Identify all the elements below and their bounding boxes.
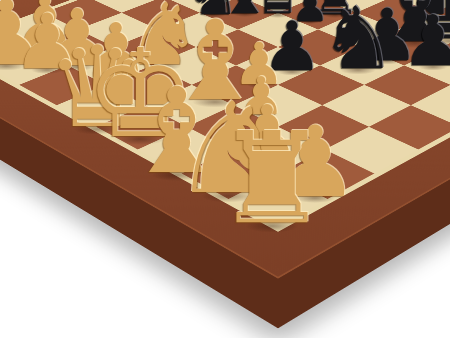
square-g4	[322, 85, 411, 127]
square-e3	[192, 65, 278, 105]
square-e1	[96, 105, 187, 149]
square-d2	[105, 65, 191, 105]
square-c1	[19, 65, 105, 105]
square-g2	[231, 127, 325, 174]
chessboard-photo: ♟♟♟♟♟♛♚♝♞♜♝♞♟♟♟♟♟♞♟♟♝♚♞♝♛♟♜	[0, 0, 450, 338]
square-c2	[68, 47, 152, 85]
square-e2	[145, 85, 234, 127]
square-g5	[364, 65, 450, 105]
square-h5	[411, 85, 450, 127]
board-scene	[0, 0, 450, 338]
square-g1	[182, 149, 278, 199]
square-g3	[278, 105, 369, 149]
square-d1	[57, 85, 146, 127]
chess-board	[0, 0, 450, 279]
square-h3	[325, 127, 419, 174]
square-h1	[228, 174, 327, 226]
square-f2	[187, 105, 278, 149]
square-g6	[404, 47, 450, 85]
square-e4	[236, 47, 320, 85]
square-h2	[278, 149, 374, 199]
square-f1	[138, 127, 232, 174]
square-h4	[369, 105, 450, 149]
square-f3	[234, 85, 323, 127]
square-f5	[320, 47, 404, 85]
square-f4	[278, 65, 364, 105]
square-d3	[152, 47, 236, 85]
square-b1	[0, 47, 68, 85]
